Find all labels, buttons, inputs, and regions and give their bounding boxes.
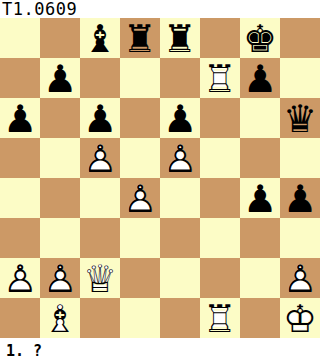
square-h1[interactable]: ♚♔ [280,298,320,338]
square-a7[interactable] [0,58,40,98]
white-bishop-icon[interactable]: ♗ [40,298,80,338]
square-h8[interactable] [280,18,320,58]
black-rook-icon[interactable]: ♜ [160,18,200,58]
square-c2[interactable]: ♛♕ [80,258,120,298]
square-b4[interactable] [40,178,80,218]
square-b2[interactable]: ♟♙ [40,258,80,298]
square-g5[interactable] [240,138,280,178]
puzzle-title: T1.0609 [0,0,320,18]
black-pawn-icon[interactable]: ♟ [280,178,320,218]
square-f1[interactable]: ♜♖ [200,298,240,338]
square-g3[interactable] [240,218,280,258]
square-c8[interactable]: ♝ [80,18,120,58]
square-b3[interactable] [40,218,80,258]
move-prompt: 1. ? [0,338,320,360]
chess-board: ♝♜♜♚♟♜♖♟♟♟♟♛♟♙♟♙♟♙♟♟♟♙♟♙♛♕♟♙♝♗♜♖♚♔ [0,18,320,338]
square-b1[interactable]: ♝♗ [40,298,80,338]
square-e4[interactable] [160,178,200,218]
square-d7[interactable] [120,58,160,98]
white-pawn-fill: ♟ [160,138,200,178]
square-d4[interactable]: ♟♙ [120,178,160,218]
white-rook-fill: ♜ [200,298,240,338]
white-pawn-icon[interactable]: ♙ [160,138,200,178]
square-b8[interactable] [40,18,80,58]
white-pawn-fill: ♟ [0,258,40,298]
black-pawn-icon[interactable]: ♟ [240,58,280,98]
white-pawn-icon[interactable]: ♙ [0,258,40,298]
black-pawn-icon[interactable]: ♟ [0,98,40,138]
square-h4[interactable]: ♟ [280,178,320,218]
square-e7[interactable] [160,58,200,98]
white-pawn-fill: ♟ [40,258,80,298]
white-king-fill: ♚ [280,298,320,338]
square-a2[interactable]: ♟♙ [0,258,40,298]
black-pawn-icon[interactable]: ♟ [160,98,200,138]
black-pawn-icon[interactable]: ♟ [80,98,120,138]
black-pawn-icon[interactable]: ♟ [240,178,280,218]
square-f5[interactable] [200,138,240,178]
black-queen-icon[interactable]: ♛ [280,98,320,138]
white-pawn-icon[interactable]: ♙ [280,258,320,298]
square-d8[interactable]: ♜ [120,18,160,58]
square-a4[interactable] [0,178,40,218]
white-rook-icon[interactable]: ♖ [200,298,240,338]
white-pawn-icon[interactable]: ♙ [120,178,160,218]
square-c7[interactable] [80,58,120,98]
square-d5[interactable] [120,138,160,178]
square-c6[interactable]: ♟ [80,98,120,138]
white-pawn-icon[interactable]: ♙ [40,258,80,298]
white-queen-icon[interactable]: ♕ [80,258,120,298]
square-a3[interactable] [0,218,40,258]
square-d3[interactable] [120,218,160,258]
black-pawn-icon[interactable]: ♟ [40,58,80,98]
black-king-icon[interactable]: ♚ [240,18,280,58]
square-f8[interactable] [200,18,240,58]
square-f7[interactable]: ♜♖ [200,58,240,98]
white-king-icon[interactable]: ♔ [280,298,320,338]
square-h7[interactable] [280,58,320,98]
square-a8[interactable] [0,18,40,58]
square-e2[interactable] [160,258,200,298]
square-a6[interactable]: ♟ [0,98,40,138]
square-g2[interactable] [240,258,280,298]
square-g7[interactable]: ♟ [240,58,280,98]
square-e1[interactable] [160,298,200,338]
square-h6[interactable]: ♛ [280,98,320,138]
square-c5[interactable]: ♟♙ [80,138,120,178]
square-a5[interactable] [0,138,40,178]
square-e3[interactable] [160,218,200,258]
square-g4[interactable]: ♟ [240,178,280,218]
square-h2[interactable]: ♟♙ [280,258,320,298]
square-d1[interactable] [120,298,160,338]
square-e5[interactable]: ♟♙ [160,138,200,178]
white-pawn-icon[interactable]: ♙ [80,138,120,178]
square-g6[interactable] [240,98,280,138]
white-rook-fill: ♜ [200,58,240,98]
square-h3[interactable] [280,218,320,258]
square-g8[interactable]: ♚ [240,18,280,58]
square-e8[interactable]: ♜ [160,18,200,58]
white-pawn-fill: ♟ [280,258,320,298]
black-bishop-icon[interactable]: ♝ [80,18,120,58]
square-b6[interactable] [40,98,80,138]
square-f6[interactable] [200,98,240,138]
white-rook-icon[interactable]: ♖ [200,58,240,98]
square-f3[interactable] [200,218,240,258]
white-queen-fill: ♛ [80,258,120,298]
square-h5[interactable] [280,138,320,178]
square-f4[interactable] [200,178,240,218]
white-pawn-fill: ♟ [80,138,120,178]
square-d2[interactable] [120,258,160,298]
square-e6[interactable]: ♟ [160,98,200,138]
white-pawn-fill: ♟ [120,178,160,218]
black-rook-icon[interactable]: ♜ [120,18,160,58]
white-bishop-fill: ♝ [40,298,80,338]
square-b5[interactable] [40,138,80,178]
square-d6[interactable] [120,98,160,138]
square-a1[interactable] [0,298,40,338]
square-f2[interactable] [200,258,240,298]
square-c4[interactable] [80,178,120,218]
square-c3[interactable] [80,218,120,258]
square-g1[interactable] [240,298,280,338]
square-c1[interactable] [80,298,120,338]
square-b7[interactable]: ♟ [40,58,80,98]
